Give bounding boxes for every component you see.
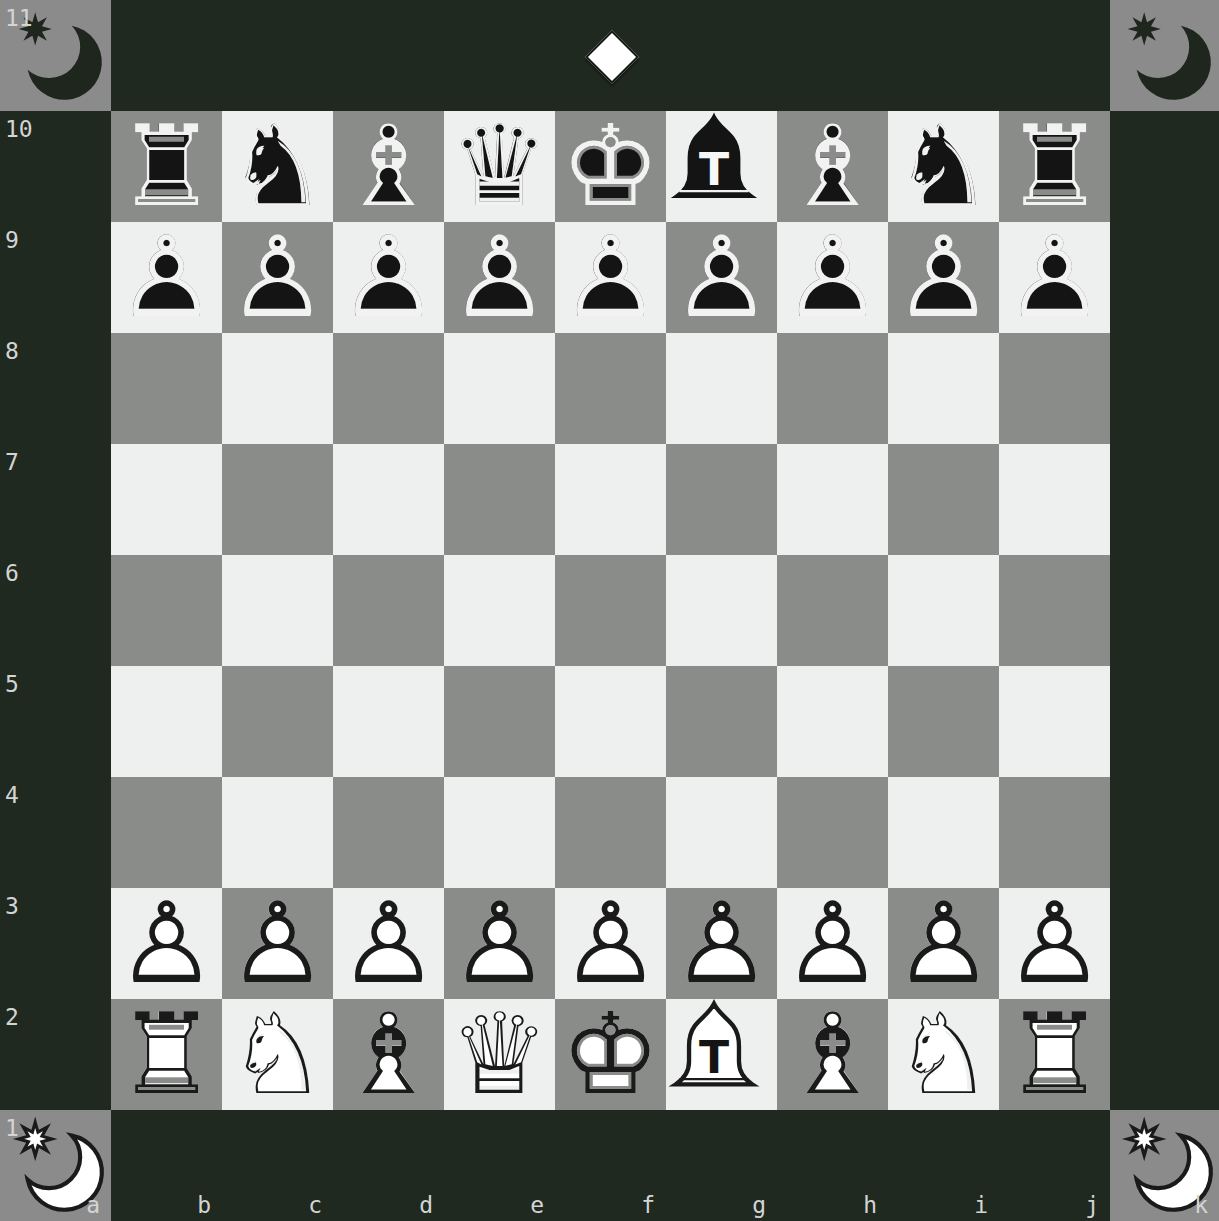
square-d3[interactable]: ♟♙ xyxy=(333,888,444,999)
tent-piece-icon: T xyxy=(666,111,762,207)
game-board: ♜♖♞♘♝♗♛♕♚♔T♝♗♞♘♜♖♟♙♟♙♟♙♟♙♟♙♟♙♟♙♟♙♟♙♟♙♟♙♟… xyxy=(0,0,1219,1221)
square-e6[interactable] xyxy=(444,555,555,666)
piece-glyph-detail: ♙ xyxy=(666,222,777,333)
piece-black-pawn[interactable]: ♟♙ xyxy=(555,222,666,333)
piece-white-pawn[interactable]: ♟♙ xyxy=(666,888,777,999)
square-b10[interactable]: ♜♖ xyxy=(111,111,222,222)
piece-white-knight[interactable]: ♞♘ xyxy=(222,999,333,1110)
piece-black-rook[interactable]: ♜♖ xyxy=(111,111,222,222)
piece-glyph-detail: ♙ xyxy=(666,888,777,999)
square-h2[interactable]: ♝♗ xyxy=(777,999,888,1110)
piece-white-bishop[interactable]: ♝♗ xyxy=(333,999,444,1110)
piece-glyph-detail: ♔ xyxy=(555,111,666,222)
piece-black-bishop[interactable]: ♝♗ xyxy=(777,111,888,222)
square-j5[interactable] xyxy=(999,666,1110,777)
piece-glyph-detail: ♙ xyxy=(555,222,666,333)
square-j6[interactable] xyxy=(999,555,1110,666)
square-c5[interactable] xyxy=(222,666,333,777)
square-b6[interactable] xyxy=(111,555,222,666)
square-c3[interactable]: ♟♙ xyxy=(222,888,333,999)
square-b5[interactable] xyxy=(111,666,222,777)
square-h7[interactable] xyxy=(777,444,888,555)
square-g10[interactable]: T xyxy=(666,111,777,222)
square-e3[interactable]: ♟♙ xyxy=(444,888,555,999)
white-diamond-marker xyxy=(585,30,639,84)
square-e8[interactable] xyxy=(444,333,555,444)
piece-glyph-detail: ♖ xyxy=(111,111,222,222)
svg-text:T: T xyxy=(699,144,729,195)
piece-white-queen[interactable]: ♛♕ xyxy=(444,999,555,1110)
square-d5[interactable] xyxy=(333,666,444,777)
square-b9[interactable]: ♟♙ xyxy=(111,222,222,333)
file-label-h: h xyxy=(777,1190,888,1220)
square-h6[interactable] xyxy=(777,555,888,666)
square-c10[interactable]: ♞♘ xyxy=(222,111,333,222)
piece-white-pawn[interactable]: ♟♙ xyxy=(999,888,1110,999)
board-squares: ♜♖♞♘♝♗♛♕♚♔T♝♗♞♘♜♖♟♙♟♙♟♙♟♙♟♙♟♙♟♙♟♙♟♙♟♙♟♙♟… xyxy=(111,111,1110,1110)
rank-label-1: 1 xyxy=(5,1114,49,1142)
square-e10[interactable]: ♛♕ xyxy=(444,111,555,222)
square-e5[interactable] xyxy=(444,666,555,777)
piece-glyph-detail: ♕ xyxy=(444,999,555,1110)
square-i10[interactable]: ♞♘ xyxy=(888,111,999,222)
square-f4[interactable] xyxy=(555,777,666,888)
square-j10[interactable]: ♜♖ xyxy=(999,111,1110,222)
piece-white-pawn[interactable]: ♟♙ xyxy=(555,888,666,999)
square-b3[interactable]: ♟♙ xyxy=(111,888,222,999)
piece-glyph-detail: ♕ xyxy=(444,111,555,222)
square-j3[interactable]: ♟♙ xyxy=(999,888,1110,999)
piece-black-pawn[interactable]: ♟♙ xyxy=(888,222,999,333)
piece-glyph-detail: ♗ xyxy=(333,999,444,1110)
piece-black-pawn[interactable]: ♟♙ xyxy=(222,222,333,333)
square-f10[interactable]: ♚♔ xyxy=(555,111,666,222)
square-g6[interactable] xyxy=(666,555,777,666)
rank-label-5: 5 xyxy=(5,670,49,698)
square-c8[interactable] xyxy=(222,333,333,444)
square-b4[interactable] xyxy=(111,777,222,888)
square-f9[interactable]: ♟♙ xyxy=(555,222,666,333)
piece-glyph-detail: ♗ xyxy=(777,111,888,222)
piece-glyph-detail: ♘ xyxy=(888,999,999,1110)
piece-white-rook[interactable]: ♜♖ xyxy=(999,999,1110,1110)
piece-black-pawn[interactable]: ♟♙ xyxy=(333,222,444,333)
piece-glyph-detail: ♙ xyxy=(111,222,222,333)
square-d6[interactable] xyxy=(333,555,444,666)
file-label-a: a xyxy=(0,1190,111,1220)
file-label-b: b xyxy=(111,1190,222,1220)
piece-glyph-detail: ♙ xyxy=(777,222,888,333)
square-j7[interactable] xyxy=(999,444,1110,555)
file-label-e: e xyxy=(444,1190,555,1220)
piece-black-knight[interactable]: ♞♘ xyxy=(222,111,333,222)
piece-white-pawn[interactable]: ♟♙ xyxy=(888,888,999,999)
file-label-g: g xyxy=(666,1190,777,1220)
piece-glyph-detail: ♘ xyxy=(222,111,333,222)
piece-glyph-detail: ♙ xyxy=(333,888,444,999)
rank-label-6: 6 xyxy=(5,559,49,587)
piece-black-pawn[interactable]: ♟♙ xyxy=(777,222,888,333)
square-c2[interactable]: ♞♘ xyxy=(222,999,333,1110)
file-label-i: i xyxy=(888,1190,999,1220)
piece-glyph-detail: ♖ xyxy=(999,111,1110,222)
piece-glyph-detail: ♖ xyxy=(111,999,222,1110)
square-f8[interactable] xyxy=(555,333,666,444)
corner-square-k11[interactable] xyxy=(1110,0,1219,111)
square-f2[interactable]: ♚♔ xyxy=(555,999,666,1110)
square-d9[interactable]: ♟♙ xyxy=(333,222,444,333)
square-i2[interactable]: ♞♘ xyxy=(888,999,999,1110)
piece-white-tent[interactable]: T xyxy=(666,999,777,1110)
square-b7[interactable] xyxy=(111,444,222,555)
piece-black-knight[interactable]: ♞♘ xyxy=(888,111,999,222)
square-h10[interactable]: ♝♗ xyxy=(777,111,888,222)
piece-black-bishop[interactable]: ♝♗ xyxy=(333,111,444,222)
square-j2[interactable]: ♜♖ xyxy=(999,999,1110,1110)
square-e9[interactable]: ♟♙ xyxy=(444,222,555,333)
piece-white-king[interactable]: ♚♔ xyxy=(555,999,666,1110)
piece-glyph-detail: ♙ xyxy=(333,222,444,333)
square-i5[interactable] xyxy=(888,666,999,777)
square-f7[interactable] xyxy=(555,444,666,555)
square-c7[interactable] xyxy=(222,444,333,555)
piece-white-knight[interactable]: ♞♘ xyxy=(888,999,999,1110)
piece-black-queen[interactable]: ♛♕ xyxy=(444,111,555,222)
rank-label-7: 7 xyxy=(5,448,49,476)
square-e7[interactable] xyxy=(444,444,555,555)
square-e2[interactable]: ♛♕ xyxy=(444,999,555,1110)
piece-glyph-detail: ♙ xyxy=(888,222,999,333)
crescent-moon-star-icon xyxy=(1113,4,1217,108)
piece-white-pawn[interactable]: ♟♙ xyxy=(777,888,888,999)
square-h5[interactable] xyxy=(777,666,888,777)
file-label-c: c xyxy=(222,1190,333,1220)
square-e4[interactable] xyxy=(444,777,555,888)
piece-white-bishop[interactable]: ♝♗ xyxy=(777,999,888,1110)
square-h9[interactable]: ♟♙ xyxy=(777,222,888,333)
square-h8[interactable] xyxy=(777,333,888,444)
piece-white-rook[interactable]: ♜♖ xyxy=(111,999,222,1110)
piece-glyph-detail: ♙ xyxy=(444,888,555,999)
piece-white-pawn[interactable]: ♟♙ xyxy=(333,888,444,999)
piece-glyph-detail: ♙ xyxy=(222,222,333,333)
piece-black-pawn[interactable]: ♟♙ xyxy=(111,222,222,333)
square-i6[interactable] xyxy=(888,555,999,666)
square-h4[interactable] xyxy=(777,777,888,888)
square-d10[interactable]: ♝♗ xyxy=(333,111,444,222)
piece-black-tent[interactable]: T xyxy=(666,111,777,222)
square-i3[interactable]: ♟♙ xyxy=(888,888,999,999)
rank-label-2: 2 xyxy=(5,1003,49,1031)
piece-white-pawn[interactable]: ♟♙ xyxy=(222,888,333,999)
file-label-d: d xyxy=(333,1190,444,1220)
square-i8[interactable] xyxy=(888,333,999,444)
square-b2[interactable]: ♜♖ xyxy=(111,999,222,1110)
rank-label-3: 3 xyxy=(5,892,49,920)
square-g3[interactable]: ♟♙ xyxy=(666,888,777,999)
square-c6[interactable] xyxy=(222,555,333,666)
square-h3[interactable]: ♟♙ xyxy=(777,888,888,999)
square-i9[interactable]: ♟♙ xyxy=(888,222,999,333)
square-g9[interactable]: ♟♙ xyxy=(666,222,777,333)
svg-text:T: T xyxy=(699,1032,729,1083)
piece-black-king[interactable]: ♚♔ xyxy=(555,111,666,222)
piece-black-pawn[interactable]: ♟♙ xyxy=(444,222,555,333)
square-c4[interactable] xyxy=(222,777,333,888)
square-d7[interactable] xyxy=(333,444,444,555)
square-g7[interactable] xyxy=(666,444,777,555)
piece-glyph-detail: ♙ xyxy=(111,888,222,999)
file-label-j: j xyxy=(999,1190,1110,1220)
square-i4[interactable] xyxy=(888,777,999,888)
square-b8[interactable] xyxy=(111,333,222,444)
square-c9[interactable]: ♟♙ xyxy=(222,222,333,333)
piece-glyph-detail: ♙ xyxy=(999,888,1110,999)
square-j9[interactable]: ♟♙ xyxy=(999,222,1110,333)
piece-glyph-detail: ♙ xyxy=(444,222,555,333)
piece-white-pawn[interactable]: ♟♙ xyxy=(444,888,555,999)
piece-glyph-detail: ♙ xyxy=(555,888,666,999)
square-j8[interactable] xyxy=(999,333,1110,444)
piece-glyph-detail: ♗ xyxy=(333,111,444,222)
square-j4[interactable] xyxy=(999,777,1110,888)
file-label-f: f xyxy=(555,1190,666,1220)
square-g2[interactable]: T xyxy=(666,999,777,1110)
square-f3[interactable]: ♟♙ xyxy=(555,888,666,999)
piece-glyph-detail: ♙ xyxy=(222,888,333,999)
piece-glyph-detail: ♙ xyxy=(777,888,888,999)
square-f5[interactable] xyxy=(555,666,666,777)
square-g4[interactable] xyxy=(666,777,777,888)
square-d8[interactable] xyxy=(333,333,444,444)
square-d2[interactable]: ♝♗ xyxy=(333,999,444,1110)
piece-glyph-detail: ♔ xyxy=(555,999,666,1110)
piece-glyph-detail: ♘ xyxy=(222,999,333,1110)
rank-label-11: 11 xyxy=(5,4,49,32)
piece-black-pawn[interactable]: ♟♙ xyxy=(999,222,1110,333)
rank-label-9: 9 xyxy=(5,226,49,254)
square-g8[interactable] xyxy=(666,333,777,444)
square-f6[interactable] xyxy=(555,555,666,666)
piece-glyph-detail: ♙ xyxy=(888,888,999,999)
piece-glyph-detail: ♗ xyxy=(777,999,888,1110)
rank-label-10: 10 xyxy=(5,115,49,143)
piece-black-pawn[interactable]: ♟♙ xyxy=(666,222,777,333)
piece-white-pawn[interactable]: ♟♙ xyxy=(111,888,222,999)
piece-black-rook[interactable]: ♜♖ xyxy=(999,111,1110,222)
square-i7[interactable] xyxy=(888,444,999,555)
piece-glyph-detail: ♖ xyxy=(999,999,1110,1110)
square-d4[interactable] xyxy=(333,777,444,888)
tent-piece-icon: T xyxy=(666,999,762,1095)
rank-label-8: 8 xyxy=(5,337,49,365)
piece-glyph-detail: ♙ xyxy=(999,222,1110,333)
rank-label-4: 4 xyxy=(5,781,49,809)
square-g5[interactable] xyxy=(666,666,777,777)
piece-glyph-detail: ♘ xyxy=(888,111,999,222)
file-label-k: k xyxy=(1110,1190,1219,1220)
